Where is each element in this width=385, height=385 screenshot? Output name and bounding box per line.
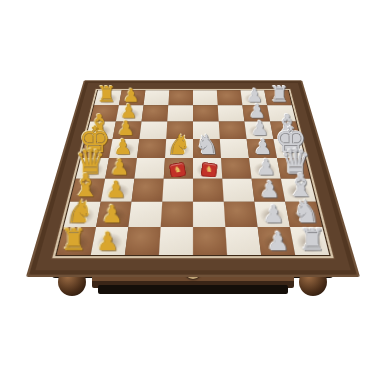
square-c5	[193, 179, 224, 202]
piece-shadow	[112, 143, 136, 157]
piece-shadow	[97, 93, 118, 104]
piece-shadow	[95, 233, 124, 253]
die-emblem-icon: ♞	[173, 165, 182, 175]
square-c3	[132, 179, 164, 202]
square-b4	[161, 202, 193, 227]
piece-shadow	[248, 125, 271, 138]
square-a6	[225, 227, 261, 255]
square-f7: ♟	[244, 121, 273, 139]
square-a1: ♜	[57, 227, 96, 255]
piece-shadow	[104, 184, 130, 200]
square-f5	[193, 121, 220, 139]
square-d7: ♟	[249, 158, 281, 179]
square-f1: ♝	[86, 121, 116, 139]
piece-shadow	[262, 233, 291, 253]
square-e4: ♞	[165, 139, 193, 158]
square-g7: ♟	[242, 105, 270, 121]
piece-shadow	[79, 162, 105, 177]
piece-shadow	[168, 143, 190, 157]
square-c1: ♝	[70, 179, 105, 202]
square-a2: ♟	[91, 227, 129, 255]
square-f4	[166, 121, 193, 139]
piece-shadow	[274, 125, 297, 138]
piece-shadow	[116, 125, 139, 138]
square-d1: ♛	[76, 158, 109, 179]
square-g3	[142, 105, 169, 121]
square-g8	[267, 105, 296, 121]
piece-shadow	[84, 143, 109, 157]
piece-shadow	[68, 207, 97, 225]
board-grid: ♜♟♟♜♟♟♝♟♟♝♚♟♞♞♟♚♛♟♞♞♟♛♝♟♟♝♞♟♟♞♜♟♟♜	[57, 90, 330, 255]
piece-shadow	[250, 143, 274, 157]
square-d4: ♞	[164, 158, 193, 179]
piece-shadow	[119, 109, 141, 121]
square-e8: ♚	[273, 139, 305, 158]
square-b3	[128, 202, 162, 227]
square-h7: ♟	[241, 90, 268, 105]
square-g2: ♟	[116, 105, 144, 121]
square-f8: ♝	[270, 121, 300, 139]
square-e1: ♚	[81, 139, 113, 158]
piece-shadow	[285, 184, 312, 200]
square-d3	[134, 158, 165, 179]
square-d5: ♞	[193, 158, 222, 179]
piece-shadow	[122, 93, 143, 104]
square-f2: ♟	[113, 121, 142, 139]
piece-shadow	[245, 109, 267, 121]
square-c2: ♟	[101, 179, 135, 202]
die-emblem-icon: ♞	[205, 165, 214, 174]
square-a4	[159, 227, 193, 255]
square-e5: ♞	[193, 139, 221, 158]
square-b7: ♟	[254, 202, 289, 227]
square-d8: ♛	[277, 158, 310, 179]
product-photo: ♜♟♟♜♟♟♝♟♟♝♚♟♞♞♟♚♛♟♞♞♟♛♝♟♟♝♞♟♟♞♜♟♟♜	[0, 0, 385, 385]
piece-shadow	[258, 207, 286, 225]
square-g1	[90, 105, 119, 121]
square-e2: ♟	[109, 139, 139, 158]
square-c8: ♝	[281, 179, 316, 202]
square-b5	[193, 202, 225, 227]
square-g6	[218, 105, 245, 121]
square-e3	[137, 139, 166, 158]
square-a5	[193, 227, 227, 255]
square-f6	[219, 121, 247, 139]
square-h5	[193, 90, 218, 105]
square-a3	[125, 227, 161, 255]
square-c4	[162, 179, 193, 202]
piece-shadow	[100, 207, 128, 225]
red-die-2: ♞	[200, 162, 218, 179]
square-h1: ♜	[94, 90, 122, 105]
piece-shadow	[295, 233, 326, 253]
piece-shadow	[281, 162, 307, 177]
piece-shadow	[277, 143, 302, 157]
chess-board: ♜♟♟♜♟♟♝♟♟♝♚♟♞♞♟♚♛♟♞♞♟♛♝♟♟♝♞♟♟♞♜♟♟♜	[26, 80, 360, 277]
square-h2: ♟	[119, 90, 146, 105]
square-g4	[167, 105, 193, 121]
square-a8: ♜	[290, 227, 329, 255]
square-g5	[193, 105, 219, 121]
square-c6	[222, 179, 254, 202]
square-h4	[168, 90, 193, 105]
square-h6	[217, 90, 243, 105]
square-b8: ♞	[285, 202, 322, 227]
piece-shadow	[196, 143, 218, 157]
piece-shadow	[89, 125, 112, 138]
piece-shadow	[61, 233, 92, 253]
square-h8: ♜	[264, 90, 292, 105]
piece-shadow	[243, 93, 264, 104]
piece-shadow	[255, 184, 281, 200]
square-e7: ♟	[247, 139, 277, 158]
square-b6	[224, 202, 258, 227]
piece-shadow	[253, 162, 278, 177]
piece-shadow	[267, 93, 288, 104]
square-b2: ♟	[96, 202, 131, 227]
square-h3	[144, 90, 170, 105]
square-d6	[221, 158, 252, 179]
square-f3	[139, 121, 167, 139]
square-a7: ♟	[258, 227, 296, 255]
square-d2: ♟	[105, 158, 137, 179]
square-c7: ♟	[252, 179, 286, 202]
square-b1: ♞	[64, 202, 101, 227]
piece-shadow	[290, 207, 319, 225]
square-e6	[220, 139, 249, 158]
board-scene: ♜♟♟♜♟♟♝♟♟♝♚♟♞♞♟♚♛♟♞♞♟♛♝♟♟♝♞♟♟♞♜♟♟♜	[38, 26, 348, 276]
red-die-1: ♞	[169, 162, 187, 179]
case-plinth	[98, 285, 288, 294]
piece-shadow	[74, 184, 101, 200]
piece-shadow	[109, 162, 134, 177]
